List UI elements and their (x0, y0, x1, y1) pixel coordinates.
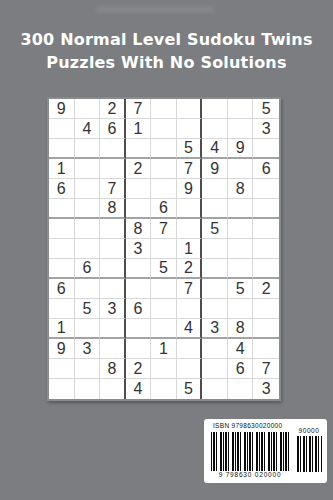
cell-r11c3: 3 (100, 299, 126, 319)
cell-r9c4 (126, 259, 152, 279)
cell-r3c2 (75, 139, 101, 159)
cell-r12c6: 4 (177, 319, 203, 339)
cell-r1c4: 7 (126, 99, 152, 119)
cell-r8c7 (202, 239, 228, 259)
cell-r11c7 (202, 299, 228, 319)
cell-r14c7 (202, 359, 228, 379)
title-line-2: Puzzles With No Solutions (0, 51, 333, 74)
cell-r8c5 (151, 239, 177, 259)
cell-r13c9 (253, 339, 279, 359)
cell-r7c7: 5 (202, 219, 228, 239)
cell-r2c4: 1 (126, 119, 152, 139)
cell-r14c9: 7 (253, 359, 279, 379)
cell-r2c5 (151, 119, 177, 139)
cell-r6c2 (75, 199, 101, 219)
cell-r15c5 (151, 379, 177, 399)
cell-r10c1: 6 (49, 279, 75, 299)
cell-r3c1 (49, 139, 75, 159)
cell-r8c9 (253, 239, 279, 259)
cell-r12c8: 8 (228, 319, 254, 339)
cell-r9c5: 5 (151, 259, 177, 279)
cell-r5c2 (75, 179, 101, 199)
cell-r7c5: 7 (151, 219, 177, 239)
cell-r14c2 (75, 359, 101, 379)
cell-r8c1 (49, 239, 75, 259)
cell-r5c8: 8 (228, 179, 254, 199)
cell-r4c6: 7 (177, 159, 203, 179)
cell-r10c9: 2 (253, 279, 279, 299)
cell-r12c4 (126, 319, 152, 339)
cell-r1c7 (202, 99, 228, 119)
cell-r15c9: 3 (253, 379, 279, 399)
cell-r13c8: 4 (228, 339, 254, 359)
cell-r5c7 (202, 179, 228, 199)
cell-r3c8: 9 (228, 139, 254, 159)
cell-r5c6: 9 (177, 179, 203, 199)
cell-r3c7: 4 (202, 139, 228, 159)
cell-r1c6 (177, 99, 203, 119)
cell-r11c6 (177, 299, 203, 319)
cell-r7c2 (75, 219, 101, 239)
cell-r6c7 (202, 199, 228, 219)
cell-r2c7 (202, 119, 228, 139)
isbn-text: ISBN 9798630020000 (213, 422, 282, 429)
cell-r10c8: 5 (228, 279, 254, 299)
cell-r8c2 (75, 239, 101, 259)
cell-r6c3: 8 (100, 199, 126, 219)
top-smudge (96, 7, 214, 12)
cell-r1c8 (228, 99, 254, 119)
cell-r10c3 (100, 279, 126, 299)
cell-r11c8 (228, 299, 254, 319)
cell-r12c5 (151, 319, 177, 339)
cell-r15c1 (49, 379, 75, 399)
cell-r4c3 (100, 159, 126, 179)
cell-r14c8: 6 (228, 359, 254, 379)
addon-barcode (297, 436, 322, 472)
cell-r9c8 (228, 259, 254, 279)
cell-r4c1: 1 (49, 159, 75, 179)
cell-r15c2 (75, 379, 101, 399)
cell-r8c6: 1 (177, 239, 203, 259)
cell-r7c6 (177, 219, 203, 239)
cell-r5c3: 7 (100, 179, 126, 199)
cell-r11c1 (49, 299, 75, 319)
cell-r5c4 (126, 179, 152, 199)
cell-r15c8 (228, 379, 254, 399)
cell-r1c1: 9 (49, 99, 75, 119)
cell-r10c4 (126, 279, 152, 299)
cell-r15c7 (202, 379, 228, 399)
cell-r6c9 (253, 199, 279, 219)
cell-r1c5 (151, 99, 177, 119)
cell-r5c5 (151, 179, 177, 199)
cell-r15c6: 5 (177, 379, 203, 399)
cell-r3c5 (151, 139, 177, 159)
cell-r12c9 (253, 319, 279, 339)
cell-r2c1 (49, 119, 75, 139)
cell-r12c3 (100, 319, 126, 339)
cell-r13c7 (202, 339, 228, 359)
cell-r5c1: 6 (49, 179, 75, 199)
cell-r8c4: 3 (126, 239, 152, 259)
cell-r6c1 (49, 199, 75, 219)
cell-r7c4: 8 (126, 219, 152, 239)
cell-r14c1 (49, 359, 75, 379)
cell-r8c3 (100, 239, 126, 259)
cell-r5c9 (253, 179, 279, 199)
cell-r12c7: 3 (202, 319, 228, 339)
cell-r15c4: 4 (126, 379, 152, 399)
ean-digits: 9 798630 020000 (207, 471, 293, 478)
cell-r13c1: 9 (49, 339, 75, 359)
cell-r7c1 (49, 219, 75, 239)
cell-r3c9 (253, 139, 279, 159)
cell-r9c1 (49, 259, 75, 279)
cell-r9c6: 2 (177, 259, 203, 279)
ean13-barcode (211, 432, 290, 472)
cell-r4c2 (75, 159, 101, 179)
cell-r4c4: 2 (126, 159, 152, 179)
book-cover: 300 Normal Level Sudoku Twins Puzzles Wi… (0, 0, 333, 500)
cell-r13c5: 1 (151, 339, 177, 359)
cell-r13c4 (126, 339, 152, 359)
cell-r1c3: 2 (100, 99, 126, 119)
cell-r10c7 (202, 279, 228, 299)
cell-r2c3: 6 (100, 119, 126, 139)
cell-r8c8 (228, 239, 254, 259)
cell-r14c4: 2 (126, 359, 152, 379)
cell-r10c6: 7 (177, 279, 203, 299)
cell-r3c6: 5 (177, 139, 203, 159)
cell-r13c6 (177, 339, 203, 359)
cell-r9c9 (253, 259, 279, 279)
cell-r15c3 (100, 379, 126, 399)
cell-r2c6 (177, 119, 203, 139)
cell-r6c8 (228, 199, 254, 219)
cell-r7c3 (100, 219, 126, 239)
addon-digits: 90000 (296, 427, 322, 434)
cell-r10c2 (75, 279, 101, 299)
cell-r9c3 (100, 259, 126, 279)
cell-r11c9 (253, 299, 279, 319)
barcode-panel: ISBN 9798630020000 9 798630 020000 90000 (204, 419, 327, 483)
cell-r11c2: 5 (75, 299, 101, 319)
cell-r3c3 (100, 139, 126, 159)
cell-r7c8 (228, 219, 254, 239)
cell-r6c4 (126, 199, 152, 219)
cell-r11c4: 6 (126, 299, 152, 319)
book-title: 300 Normal Level Sudoku Twins Puzzles Wi… (0, 28, 333, 74)
cell-r12c1: 1 (49, 319, 75, 339)
cell-r13c3 (100, 339, 126, 359)
cell-r1c2 (75, 99, 101, 119)
cell-r4c9: 6 (253, 159, 279, 179)
cell-r2c9: 3 (253, 119, 279, 139)
cell-r9c2: 6 (75, 259, 101, 279)
cell-r4c8 (228, 159, 254, 179)
cell-r11c5 (151, 299, 177, 319)
cell-r9c7 (202, 259, 228, 279)
cell-r10c5 (151, 279, 177, 299)
cell-r6c6 (177, 199, 203, 219)
cell-r14c6 (177, 359, 203, 379)
cell-r1c9: 5 (253, 99, 279, 119)
sudoku-grid: 9275461354912796679886875316526752536143… (47, 97, 281, 401)
cell-r12c2 (75, 319, 101, 339)
cell-r6c5: 6 (151, 199, 177, 219)
cell-r4c5 (151, 159, 177, 179)
title-line-1: 300 Normal Level Sudoku Twins (0, 28, 333, 51)
cell-r7c9 (253, 219, 279, 239)
cell-r14c3: 8 (100, 359, 126, 379)
cell-r14c5 (151, 359, 177, 379)
cell-r3c4 (126, 139, 152, 159)
cell-r13c2: 3 (75, 339, 101, 359)
cell-r2c8 (228, 119, 254, 139)
cell-r4c7: 9 (202, 159, 228, 179)
cell-r2c2: 4 (75, 119, 101, 139)
